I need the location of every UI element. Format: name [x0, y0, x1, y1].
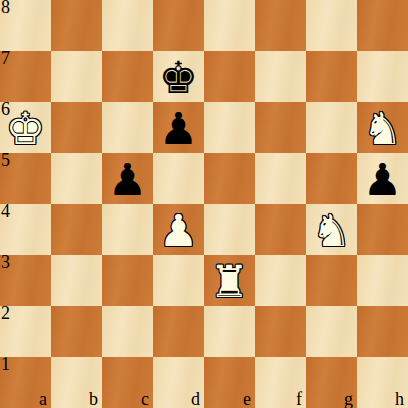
square-f1[interactable]: f: [255, 357, 306, 408]
square-e8[interactable]: [204, 0, 255, 51]
square-h5[interactable]: ♟: [357, 153, 408, 204]
square-c1[interactable]: c: [102, 357, 153, 408]
rank-label-8: 8: [1, 0, 10, 16]
square-a3[interactable]: 3: [0, 255, 51, 306]
square-h6[interactable]: ♞: [357, 102, 408, 153]
square-c4[interactable]: [102, 204, 153, 255]
file-label-a: a: [39, 390, 47, 408]
square-b4[interactable]: [51, 204, 102, 255]
square-b1[interactable]: b: [51, 357, 102, 408]
file-label-c: c: [141, 390, 149, 408]
square-b3[interactable]: [51, 255, 102, 306]
piece-white-rook[interactable]: ♜: [210, 256, 249, 306]
square-g5[interactable]: [306, 153, 357, 204]
square-d4[interactable]: ♟: [153, 204, 204, 255]
square-c3[interactable]: [102, 255, 153, 306]
square-d2[interactable]: [153, 306, 204, 357]
file-label-d: d: [191, 390, 200, 408]
square-h1[interactable]: h: [357, 357, 408, 408]
rank-label-5: 5: [1, 153, 10, 169]
piece-white-king[interactable]: ♚: [6, 103, 45, 153]
file-label-b: b: [89, 390, 98, 408]
square-b8[interactable]: [51, 0, 102, 51]
square-f6[interactable]: [255, 102, 306, 153]
square-h7[interactable]: [357, 51, 408, 102]
file-label-e: e: [243, 390, 251, 408]
file-label-h: h: [395, 390, 404, 408]
square-d3[interactable]: [153, 255, 204, 306]
square-b6[interactable]: [51, 102, 102, 153]
rank-label-7: 7: [1, 51, 10, 67]
square-a5[interactable]: 5: [0, 153, 51, 204]
square-e2[interactable]: [204, 306, 255, 357]
rank-label-3: 3: [1, 255, 10, 271]
square-e1[interactable]: e: [204, 357, 255, 408]
square-a6[interactable]: 6♚: [0, 102, 51, 153]
square-g6[interactable]: [306, 102, 357, 153]
square-d7[interactable]: ♚: [153, 51, 204, 102]
square-c7[interactable]: [102, 51, 153, 102]
square-e4[interactable]: [204, 204, 255, 255]
square-e6[interactable]: [204, 102, 255, 153]
square-a2[interactable]: 2: [0, 306, 51, 357]
square-c6[interactable]: [102, 102, 153, 153]
square-h4[interactable]: [357, 204, 408, 255]
piece-black-pawn[interactable]: ♟: [363, 154, 402, 204]
rank-label-2: 2: [1, 306, 10, 322]
square-b2[interactable]: [51, 306, 102, 357]
square-g1[interactable]: g: [306, 357, 357, 408]
piece-black-pawn[interactable]: ♟: [108, 154, 147, 204]
square-a1[interactable]: 1a: [0, 357, 51, 408]
square-b7[interactable]: [51, 51, 102, 102]
square-c2[interactable]: [102, 306, 153, 357]
square-a7[interactable]: 7: [0, 51, 51, 102]
square-g3[interactable]: [306, 255, 357, 306]
chess-board: 87♚6♚♟♞5♟♟4♟♞3♜21abcdefgh: [0, 0, 408, 408]
square-h3[interactable]: [357, 255, 408, 306]
square-d6[interactable]: ♟: [153, 102, 204, 153]
rank-label-1: 1: [1, 357, 10, 373]
square-h2[interactable]: [357, 306, 408, 357]
square-g8[interactable]: [306, 0, 357, 51]
square-g7[interactable]: [306, 51, 357, 102]
square-e7[interactable]: [204, 51, 255, 102]
piece-white-knight[interactable]: ♞: [363, 103, 402, 153]
piece-white-knight[interactable]: ♞: [312, 205, 351, 255]
rank-label-6: 6: [1, 102, 10, 118]
square-f2[interactable]: [255, 306, 306, 357]
square-e3[interactable]: ♜: [204, 255, 255, 306]
square-f4[interactable]: [255, 204, 306, 255]
square-d1[interactable]: d: [153, 357, 204, 408]
file-label-f: f: [296, 390, 302, 408]
square-c8[interactable]: [102, 0, 153, 51]
square-f5[interactable]: [255, 153, 306, 204]
square-c5[interactable]: ♟: [102, 153, 153, 204]
piece-black-king[interactable]: ♚: [159, 52, 198, 102]
square-e5[interactable]: [204, 153, 255, 204]
piece-white-pawn[interactable]: ♟: [159, 205, 198, 255]
square-g4[interactable]: ♞: [306, 204, 357, 255]
square-h8[interactable]: [357, 0, 408, 51]
square-d5[interactable]: [153, 153, 204, 204]
square-f8[interactable]: [255, 0, 306, 51]
rank-label-4: 4: [1, 204, 10, 220]
piece-black-pawn[interactable]: ♟: [159, 103, 198, 153]
square-f3[interactable]: [255, 255, 306, 306]
square-b5[interactable]: [51, 153, 102, 204]
file-label-g: g: [344, 390, 353, 408]
square-d8[interactable]: [153, 0, 204, 51]
square-f7[interactable]: [255, 51, 306, 102]
square-a4[interactable]: 4: [0, 204, 51, 255]
square-a8[interactable]: 8: [0, 0, 51, 51]
square-g2[interactable]: [306, 306, 357, 357]
